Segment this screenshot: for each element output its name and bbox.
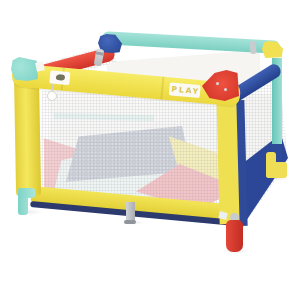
zipper-pull (47, 91, 57, 101)
back-right-corner-cap (262, 41, 283, 58)
front-left-post (14, 70, 41, 196)
playpen-product-photo: PLAY (0, 0, 295, 295)
front-right-foot (226, 220, 243, 252)
mesh-tag (35, 61, 45, 71)
brand-label (49, 70, 70, 85)
back-rail-clip (249, 41, 256, 55)
zipper-strap-band (95, 51, 103, 55)
front-left-foot (18, 188, 35, 198)
front-left-corner-cap (11, 57, 38, 81)
back-right-foot (266, 162, 287, 178)
center-support-leg (126, 202, 135, 222)
rail-seam (160, 77, 164, 100)
center-leg-foot (124, 220, 136, 224)
corner-screw (224, 88, 227, 91)
bird-logo-icon (55, 74, 65, 81)
corner-screw (216, 82, 219, 85)
play-label: PLAY (169, 82, 201, 98)
play-label-text: PLAY (171, 84, 200, 96)
